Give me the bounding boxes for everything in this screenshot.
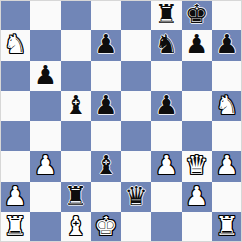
piece-black-queen-e2[interactable]: ♛ xyxy=(124,183,147,209)
square-e6[interactable] xyxy=(121,61,151,91)
square-g6[interactable] xyxy=(182,61,212,91)
square-a5[interactable] xyxy=(0,91,30,121)
square-c6[interactable] xyxy=(61,61,91,91)
square-h7[interactable]: ♟ xyxy=(212,30,242,60)
square-a6[interactable] xyxy=(0,61,30,91)
piece-white-king-d1[interactable]: ♚ xyxy=(94,213,117,239)
square-b3[interactable]: ♟ xyxy=(30,151,60,181)
square-b4[interactable] xyxy=(30,121,60,151)
square-a1[interactable]: ♜ xyxy=(0,212,30,242)
square-c8[interactable] xyxy=(61,0,91,30)
piece-white-rook-a1[interactable]: ♜ xyxy=(3,213,26,239)
square-f7[interactable]: ♞ xyxy=(151,30,181,60)
square-e3[interactable] xyxy=(121,151,151,181)
piece-white-pawn-a2[interactable]: ♟ xyxy=(3,183,26,209)
piece-black-bishop-c5[interactable]: ♝ xyxy=(64,92,87,118)
square-e1[interactable] xyxy=(121,212,151,242)
square-d6[interactable] xyxy=(91,61,121,91)
square-a4[interactable] xyxy=(0,121,30,151)
square-b7[interactable] xyxy=(30,30,60,60)
square-g7[interactable]: ♟ xyxy=(182,30,212,60)
square-g1[interactable] xyxy=(182,212,212,242)
square-e8[interactable] xyxy=(121,0,151,30)
square-a2[interactable]: ♟ xyxy=(0,182,30,212)
square-h1[interactable]: ♜ xyxy=(212,212,242,242)
square-h5[interactable]: ♞ xyxy=(212,91,242,121)
square-d1[interactable]: ♚ xyxy=(91,212,121,242)
square-a8[interactable] xyxy=(0,0,30,30)
piece-black-rook-f8[interactable]: ♜ xyxy=(155,1,178,27)
piece-black-pawn-d5[interactable]: ♟ xyxy=(94,92,117,118)
square-c3[interactable] xyxy=(61,151,91,181)
piece-black-pawn-g7[interactable]: ♟ xyxy=(185,31,208,57)
square-g2[interactable]: ♟ xyxy=(182,182,212,212)
square-a3[interactable] xyxy=(0,151,30,181)
square-c7[interactable] xyxy=(61,30,91,60)
square-e7[interactable] xyxy=(121,30,151,60)
chess-board: ♜♚♞♟♞♟♟♟♝♟♟♞♟♝♟♛♟♟♜♛♟♜♝♚♜ xyxy=(0,0,242,242)
square-b5[interactable] xyxy=(30,91,60,121)
square-h4[interactable] xyxy=(212,121,242,151)
square-h2[interactable] xyxy=(212,182,242,212)
square-f2[interactable] xyxy=(151,182,181,212)
square-g5[interactable] xyxy=(182,91,212,121)
square-d8[interactable] xyxy=(91,0,121,30)
square-c2[interactable]: ♜ xyxy=(61,182,91,212)
square-d7[interactable]: ♟ xyxy=(91,30,121,60)
square-f4[interactable] xyxy=(151,121,181,151)
square-g8[interactable]: ♚ xyxy=(182,0,212,30)
square-f5[interactable]: ♟ xyxy=(151,91,181,121)
piece-white-pawn-h3[interactable]: ♟ xyxy=(215,152,238,178)
square-c5[interactable]: ♝ xyxy=(61,91,91,121)
square-d2[interactable] xyxy=(91,182,121,212)
square-f3[interactable]: ♟ xyxy=(151,151,181,181)
piece-white-queen-g3[interactable]: ♛ xyxy=(185,152,208,178)
square-g4[interactable] xyxy=(182,121,212,151)
square-g3[interactable]: ♛ xyxy=(182,151,212,181)
piece-white-pawn-b3[interactable]: ♟ xyxy=(34,152,57,178)
chess-board-container: ♜♚♞♟♞♟♟♟♝♟♟♞♟♝♟♛♟♟♜♛♟♜♝♚♜ xyxy=(0,0,242,242)
square-d5[interactable]: ♟ xyxy=(91,91,121,121)
piece-white-pawn-f3[interactable]: ♟ xyxy=(155,152,178,178)
piece-black-pawn-f5[interactable]: ♟ xyxy=(155,92,178,118)
piece-black-pawn-d7[interactable]: ♟ xyxy=(94,31,117,57)
square-b1[interactable] xyxy=(30,212,60,242)
square-a7[interactable]: ♞ xyxy=(0,30,30,60)
square-h6[interactable] xyxy=(212,61,242,91)
square-c4[interactable] xyxy=(61,121,91,151)
piece-white-pawn-g2[interactable]: ♟ xyxy=(185,183,208,209)
piece-black-bishop-d3[interactable]: ♝ xyxy=(94,152,117,178)
square-e5[interactable] xyxy=(121,91,151,121)
square-f1[interactable] xyxy=(151,212,181,242)
square-e4[interactable] xyxy=(121,121,151,151)
piece-black-king-g8[interactable]: ♚ xyxy=(185,1,208,27)
square-h3[interactable]: ♟ xyxy=(212,151,242,181)
piece-black-pawn-h7[interactable]: ♟ xyxy=(215,31,238,57)
piece-white-bishop-c1[interactable]: ♝ xyxy=(64,213,87,239)
square-f8[interactable]: ♜ xyxy=(151,0,181,30)
square-e2[interactable]: ♛ xyxy=(121,182,151,212)
square-d3[interactable]: ♝ xyxy=(91,151,121,181)
square-b2[interactable] xyxy=(30,182,60,212)
piece-white-knight-a7[interactable]: ♞ xyxy=(3,31,26,57)
piece-black-rook-c2[interactable]: ♜ xyxy=(64,183,87,209)
piece-black-pawn-b6[interactable]: ♟ xyxy=(34,62,57,88)
square-f6[interactable] xyxy=(151,61,181,91)
square-d4[interactable] xyxy=(91,121,121,151)
square-b8[interactable] xyxy=(30,0,60,30)
square-h8[interactable] xyxy=(212,0,242,30)
square-c1[interactable]: ♝ xyxy=(61,212,91,242)
piece-black-knight-f7[interactable]: ♞ xyxy=(155,31,178,57)
piece-white-rook-h1[interactable]: ♜ xyxy=(215,213,238,239)
piece-white-knight-h5[interactable]: ♞ xyxy=(215,92,238,118)
square-b6[interactable]: ♟ xyxy=(30,61,60,91)
